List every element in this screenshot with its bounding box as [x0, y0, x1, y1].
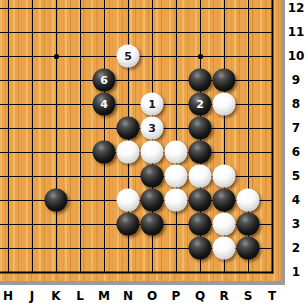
- stone-black-m6: [93, 141, 116, 164]
- coord-label-right-9: 9: [285, 71, 307, 89]
- coord-label-right-8: 8: [285, 95, 307, 113]
- stone-black-s2: [237, 237, 260, 260]
- stone-black-q3: [189, 213, 212, 236]
- stone-black-k4: [45, 189, 68, 212]
- coord-label-bottom-o: O: [140, 286, 164, 306]
- stone-white-n10: 5: [117, 45, 140, 68]
- move-number: 3: [148, 123, 156, 134]
- coord-label-bottom-r: R: [212, 286, 236, 306]
- stone-white-o7: 3: [141, 117, 164, 140]
- move-number: 1: [148, 99, 156, 110]
- coord-label-bottom-s: S: [236, 286, 260, 306]
- coord-label-bottom-l: L: [68, 286, 92, 306]
- stone-black-r4: [213, 189, 236, 212]
- coord-label-bottom-t: T: [260, 286, 284, 306]
- stone-black-o3: [141, 213, 164, 236]
- go-diagram: 564123 HJKLMNOPQRST121110987654321: [0, 0, 308, 308]
- stone-white-s4: [237, 189, 260, 212]
- star-point: [198, 54, 203, 59]
- coord-label-bottom-n: N: [116, 286, 140, 306]
- stone-white-r3: [213, 213, 236, 236]
- coord-label-right-7: 7: [285, 119, 307, 137]
- coord-label-bottom-h: H: [0, 286, 20, 306]
- coord-label-right-5: 5: [285, 167, 307, 185]
- stone-black-n7: [117, 117, 140, 140]
- stone-black-o5: [141, 165, 164, 188]
- coord-label-bottom-p: P: [164, 286, 188, 306]
- stone-black-n3: [117, 213, 140, 236]
- stone-black-q8: 2: [189, 93, 212, 116]
- stone-white-n4: [117, 189, 140, 212]
- coord-label-right-4: 4: [285, 191, 307, 209]
- coord-label-right-1: 1: [285, 263, 307, 281]
- coord-label-bottom-m: M: [92, 286, 116, 306]
- move-number: 6: [100, 75, 108, 86]
- stone-black-r9: [213, 69, 236, 92]
- move-number: 4: [100, 99, 108, 110]
- coord-label-bottom-q: Q: [188, 286, 212, 306]
- stone-white-r8: [213, 93, 236, 116]
- stone-white-p5: [165, 165, 188, 188]
- coord-label-right-2: 2: [285, 239, 307, 257]
- coord-label-right-3: 3: [285, 215, 307, 233]
- stone-white-p6: [165, 141, 188, 164]
- coord-label-right-6: 6: [285, 143, 307, 161]
- stone-black-q7: [189, 117, 212, 140]
- stone-black-q6: [189, 141, 212, 164]
- stone-white-o8: 1: [141, 93, 164, 116]
- stone-white-p4: [165, 189, 188, 212]
- go-board[interactable]: 564123: [0, 0, 285, 285]
- coord-label-bottom-j: J: [20, 286, 44, 306]
- coord-label-bottom-k: K: [44, 286, 68, 306]
- stone-black-q4: [189, 189, 212, 212]
- stone-black-m8: 4: [93, 93, 116, 116]
- coord-label-right-10: 10: [285, 47, 307, 65]
- stone-black-s3: [237, 213, 260, 236]
- stone-black-q9: [189, 69, 212, 92]
- board-grid: [0, 0, 281, 281]
- coord-label-right-12: 12: [285, 0, 307, 17]
- stone-white-r5: [213, 165, 236, 188]
- coord-label-right-11: 11: [285, 23, 307, 41]
- stone-black-m9: 6: [93, 69, 116, 92]
- stone-black-o4: [141, 189, 164, 212]
- stone-white-q5: [189, 165, 212, 188]
- stone-white-r2: [213, 237, 236, 260]
- stone-black-q2: [189, 237, 212, 260]
- move-number: 5: [124, 51, 132, 62]
- star-point: [54, 54, 59, 59]
- stone-white-o6: [141, 141, 164, 164]
- move-number: 2: [196, 99, 204, 110]
- stone-white-n6: [117, 141, 140, 164]
